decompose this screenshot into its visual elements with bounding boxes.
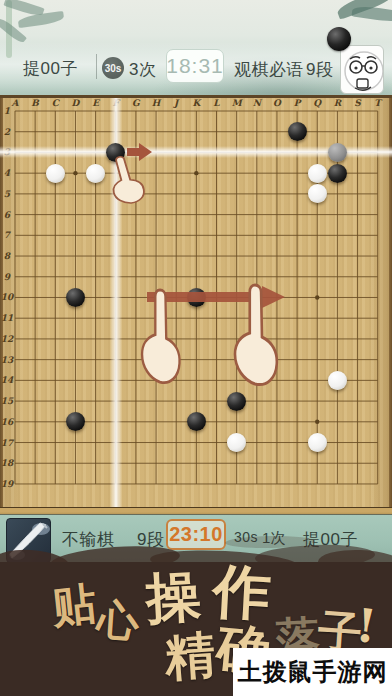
promo-char: 精 [163, 629, 216, 682]
col-label-O: O [271, 98, 283, 108]
row-label-16: 16 [0, 417, 14, 427]
row-label-17: 17 [0, 438, 14, 448]
bamboo-leaf-icon [351, 4, 392, 23]
top-player-avatar[interactable] [340, 45, 384, 94]
stone-white-C4[interactable] [46, 164, 65, 183]
col-label-E: E [90, 98, 102, 108]
app-screen: 提00子 30s 3次 18:31 观棋必语 9段 ABCDEFGHJKLMNO… [0, 0, 392, 696]
bamboo-leaf-icon [17, 11, 64, 28]
row-label-4: 4 [0, 168, 14, 178]
row-label-14: 14 [0, 375, 14, 385]
row-label-15: 15 [0, 396, 14, 406]
divider [96, 54, 97, 79]
row-label-19: 19 [0, 479, 14, 489]
byoyomi-badge: 30s [102, 57, 124, 79]
col-label-B: B [29, 98, 41, 108]
col-label-P: P [291, 98, 303, 108]
col-label-R: R [331, 98, 343, 108]
go-board[interactable]: ABCDEFGHJKLMNOPQRST123456789101112131415… [0, 95, 392, 515]
stone-white-Q5[interactable] [308, 184, 327, 203]
col-label-N: N [251, 98, 263, 108]
stone-black-R4[interactable] [328, 164, 347, 183]
col-label-G: G [130, 98, 142, 108]
col-label-L: L [211, 98, 223, 108]
row-label-9: 9 [0, 272, 14, 282]
stone-white-Q4[interactable] [308, 164, 327, 183]
row-label-10: 10 [0, 292, 14, 302]
promo-char: 作 [212, 562, 273, 623]
byoyomi-periods: 3次 [129, 58, 156, 81]
row-label-2: 2 [0, 127, 14, 137]
stone-white-R14[interactable] [328, 371, 347, 390]
row-label-12: 12 [0, 334, 14, 344]
stone-black-D10[interactable] [66, 288, 85, 307]
stone-white-E4[interactable] [86, 164, 105, 183]
promo-char: 贴 [50, 581, 98, 629]
col-label-C: C [49, 98, 61, 108]
top-player-clock: 18:31 [166, 49, 224, 83]
stone-black-K10[interactable] [187, 288, 206, 307]
col-label-D: D [69, 98, 81, 108]
row-label-7: 7 [0, 230, 14, 240]
col-label-T: T [372, 98, 384, 108]
promo-char: 操 [145, 568, 203, 626]
col-label-H: H [150, 98, 162, 108]
stone-black-P2[interactable] [288, 122, 307, 141]
promo-char: 心 [96, 599, 141, 644]
stone-white-Q17[interactable] [308, 433, 327, 452]
stone-ghost-R3[interactable] [328, 143, 347, 162]
stone-black-M15[interactable] [227, 392, 246, 411]
row-label-8: 8 [0, 251, 14, 261]
col-label-K: K [190, 98, 202, 108]
stone-black-K16[interactable] [187, 412, 206, 431]
watermark: 土拨鼠手游网 [233, 648, 392, 696]
bottom-player-clock: 23:10 [166, 519, 226, 550]
black-stone-indicator-icon [327, 27, 351, 51]
row-label-11: 11 [0, 313, 14, 323]
row-label-1: 1 [0, 106, 14, 116]
row-label-13: 13 [0, 355, 14, 365]
row-label-18: 18 [0, 458, 14, 468]
col-label-S: S [352, 98, 364, 108]
col-label-J: J [170, 98, 182, 108]
row-label-6: 6 [0, 210, 14, 220]
row-label-5: 5 [0, 189, 14, 199]
top-player-name: 观棋必语 [234, 58, 304, 81]
top-captures-label: 提00子 [23, 57, 78, 80]
col-label-Q: Q [311, 98, 323, 108]
col-label-M: M [231, 98, 243, 108]
top-player-rank: 9段 [306, 58, 333, 81]
meme-face-icon [341, 46, 384, 94]
